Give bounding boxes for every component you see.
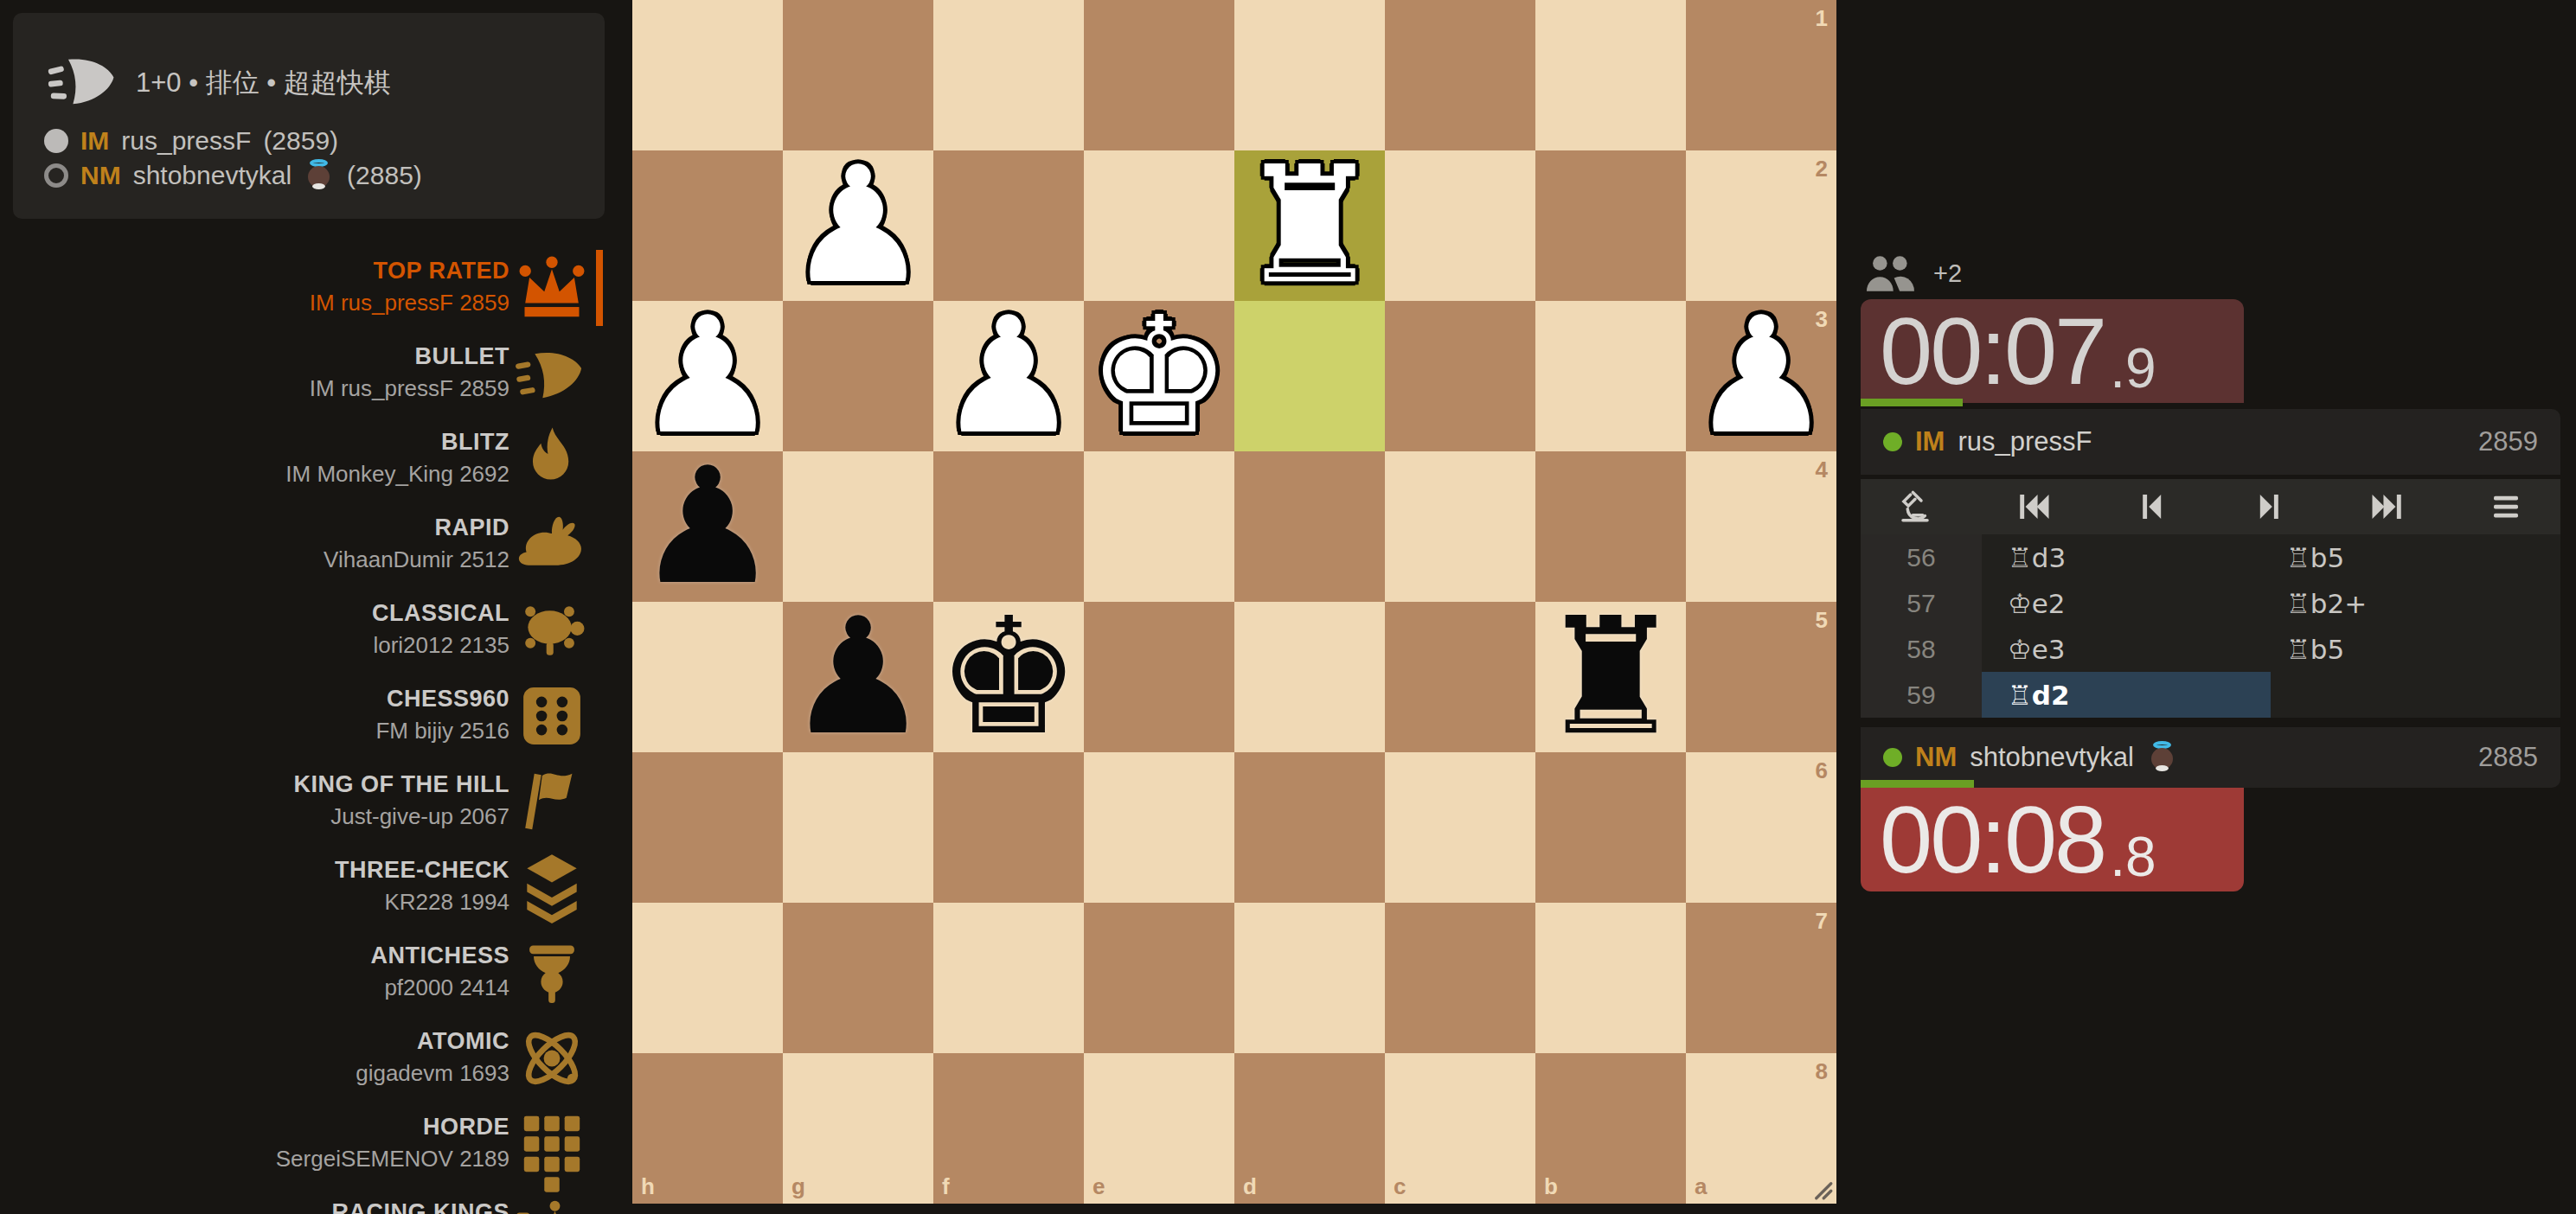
square-g6[interactable]	[783, 752, 933, 903]
channel-text: KING OF THE HILLJust-give-up 2067	[294, 768, 509, 832]
tv-channels-sidebar: TOP RATEDIM rus_pressF 2859BULLETIM rus_…	[0, 254, 606, 1214]
square-c5[interactable]	[1385, 602, 1535, 752]
square-e1[interactable]	[1084, 0, 1234, 150]
channel-label: THREE-CHECK	[335, 853, 509, 886]
black-pawn[interactable]: ♟	[786, 602, 931, 752]
channel-player: VihaanDumir 2512	[324, 544, 509, 575]
online-dot	[1883, 432, 1902, 451]
first-button[interactable]	[2015, 489, 2052, 525]
white-clock-time: 00:07	[1880, 303, 2105, 399]
horde-icon	[516, 1108, 588, 1180]
channel-label: TOP RATED	[310, 254, 509, 287]
rank-label-1: 1	[1816, 5, 1828, 32]
black-move[interactable]: ♖b5	[2271, 534, 2560, 580]
black-player-row[interactable]: NM shtobnevtykal 2885	[1861, 727, 2560, 788]
white-king[interactable]: ♚	[1087, 301, 1232, 451]
channel-text: BLITZIM Monkey_King 2692	[285, 425, 509, 489]
channel-text: CHESS960FM bijiy 2516	[375, 682, 509, 746]
move-row-57: 57♔e2♖b2+	[1861, 580, 2560, 626]
flag-icon	[516, 765, 588, 838]
square-g5[interactable]: ♟	[783, 602, 933, 752]
rank-label-6: 6	[1816, 757, 1828, 784]
channel-label: RACING KINGS	[331, 1196, 509, 1214]
square-d6[interactable]	[1234, 752, 1385, 903]
square-a5[interactable]: 5	[1686, 602, 1836, 752]
white-name: rus_pressF	[121, 126, 251, 156]
channel-player: Just-give-up 2067	[294, 801, 509, 832]
square-g2[interactable]: ♟	[783, 150, 933, 301]
square-e6[interactable]	[1084, 752, 1234, 903]
channel-label: BULLET	[310, 340, 509, 373]
white-name: rus_pressF	[1958, 426, 2092, 457]
menu-button[interactable]	[2488, 489, 2524, 525]
white-disc-icon	[44, 129, 68, 153]
white-pawn[interactable]: ♟	[937, 301, 1081, 451]
channel-label: ANTICHESS	[370, 939, 509, 972]
square-h2[interactable]	[632, 150, 783, 301]
white-rating: 2859	[2478, 426, 2538, 457]
rank-label-4: 4	[1816, 457, 1828, 483]
white-move[interactable]: ♖d3	[1982, 534, 2271, 580]
white-time-bar	[1861, 399, 1963, 406]
channel-player: lori2012 2135	[372, 629, 509, 661]
black-move	[2271, 672, 2560, 718]
racing-icon	[516, 1193, 588, 1214]
channel-blitz[interactable]: BLITZIM Monkey_King 2692	[0, 425, 606, 490]
square-h3[interactable]: ♟	[632, 301, 783, 451]
black-clock-tenths: .8	[2110, 822, 2156, 891]
square-h4[interactable]: ♟	[632, 451, 783, 602]
black-name: shtobnevtykal	[1970, 742, 2134, 773]
white-title: IM	[80, 126, 109, 156]
move-number: 57	[1861, 580, 1982, 626]
square-h5[interactable]	[632, 602, 783, 752]
channel-text: ATOMICgigadevm 1693	[356, 1025, 509, 1089]
square-g4[interactable]	[783, 451, 933, 602]
black-player-line[interactable]: NM shtobnevtykal (2885)	[44, 159, 422, 192]
board-resize-handle[interactable]	[1805, 1172, 1835, 1202]
channel-label: RAPID	[324, 511, 509, 544]
channel-rapid[interactable]: RAPIDVihaanDumir 2512	[0, 511, 606, 576]
file-label-c: c	[1394, 1173, 1406, 1200]
channel-player: SergeiSEMENOV 2189	[276, 1143, 509, 1174]
black-time-bar	[1861, 780, 1974, 788]
square-c1[interactable]	[1385, 0, 1535, 150]
move-list: 56♖d3♖b557♔e2♖b2+58♔e3♖b559♖d2	[1861, 534, 2560, 718]
square-h8[interactable]: h	[632, 1053, 783, 1204]
channel-label: HORDE	[276, 1110, 509, 1143]
channel-text: CLASSICALlori2012 2135	[372, 597, 509, 661]
file-label-d: d	[1243, 1173, 1257, 1200]
square-f7[interactable]	[933, 903, 1084, 1053]
square-e3[interactable]: ♚	[1084, 301, 1234, 451]
channel-atomic[interactable]: ATOMICgigadevm 1693	[0, 1025, 606, 1089]
channel-top-rated[interactable]: TOP RATEDIM rus_pressF 2859	[0, 254, 606, 319]
file-label-b: b	[1544, 1173, 1558, 1200]
channel-player: KR228 1994	[335, 886, 509, 917]
square-b2[interactable]	[1535, 150, 1686, 301]
channel-text: HORDESergeiSEMENOV 2189	[276, 1110, 509, 1174]
rank-label-2: 2	[1816, 156, 1828, 182]
white-rook[interactable]: ♜	[1238, 150, 1382, 301]
square-g7[interactable]	[783, 903, 933, 1053]
move-row-59: 59♖d2	[1861, 672, 2560, 718]
square-a7[interactable]: 7	[1686, 903, 1836, 1053]
black-move[interactable]: ♖b2+	[2271, 580, 2560, 626]
channel-label: CHESS960	[375, 682, 509, 715]
channel-antichess[interactable]: ANTICHESSpf2000 2414	[0, 939, 606, 1004]
dice-icon	[516, 680, 588, 752]
channel-chess960[interactable]: CHESS960FM bijiy 2516	[0, 682, 606, 747]
black-rook[interactable]: ♜	[1539, 602, 1683, 752]
black-pawn[interactable]: ♟	[636, 451, 780, 602]
white-rating: (2859)	[263, 126, 338, 156]
white-player-row[interactable]: IM rus_pressF 2859	[1861, 409, 2560, 475]
rank-label-8: 8	[1816, 1058, 1828, 1085]
square-a4[interactable]: 4	[1686, 451, 1836, 602]
file-label-a: a	[1695, 1173, 1707, 1200]
turtle-icon	[516, 594, 588, 667]
previous-button[interactable]	[2133, 489, 2169, 525]
spectators-icon	[1862, 253, 1919, 293]
square-e7[interactable]	[1084, 903, 1234, 1053]
file-label-e: e	[1093, 1173, 1105, 1200]
analysis-button[interactable]	[1897, 489, 1933, 525]
channel-text: RAPIDVihaanDumir 2512	[324, 511, 509, 575]
atom-icon	[516, 1022, 588, 1095]
square-e4[interactable]	[1084, 451, 1234, 602]
square-a6[interactable]: 6	[1686, 752, 1836, 903]
square-f8[interactable]: f	[933, 1053, 1084, 1204]
square-c6[interactable]	[1385, 752, 1535, 903]
square-c2[interactable]	[1385, 150, 1535, 301]
rank-label-3: 3	[1816, 306, 1828, 333]
channel-text: BULLETIM rus_pressF 2859	[310, 340, 509, 404]
layers-icon	[516, 851, 588, 923]
square-g1[interactable]	[783, 0, 933, 150]
square-a3[interactable]: ♟3	[1686, 301, 1836, 451]
channel-classical[interactable]: CLASSICALlori2012 2135	[0, 597, 606, 661]
channel-three-check[interactable]: THREE-CHECKKR228 1994	[0, 853, 606, 918]
square-b7[interactable]	[1535, 903, 1686, 1053]
square-c8[interactable]: c	[1385, 1053, 1535, 1204]
white-pawn[interactable]: ♟	[636, 301, 780, 451]
last-button[interactable]	[2369, 489, 2406, 525]
online-dot	[1883, 748, 1902, 767]
baby-angel-flair-icon	[304, 159, 335, 192]
channel-player: IM rus_pressF 2859	[310, 287, 509, 318]
black-title: NM	[80, 161, 121, 190]
square-h1[interactable]	[632, 0, 783, 150]
game-side-panel: +2 00:07 .9 IM rus_pressF 2859 56♖d3♖b55…	[1861, 0, 2560, 1214]
black-disc-icon	[44, 163, 68, 188]
channel-player: FM bijiy 2516	[375, 715, 509, 746]
square-b8[interactable]: b	[1535, 1053, 1686, 1204]
square-c3[interactable]	[1385, 301, 1535, 451]
black-clock: 00:08 .8	[1861, 788, 2244, 891]
square-d4[interactable]	[1234, 451, 1385, 602]
square-d7[interactable]	[1234, 903, 1385, 1053]
black-move[interactable]: ♖b5	[2271, 626, 2560, 672]
lichess-tv-page: 1+0 • 排位 • 超超快棋 IM rus_pressF (2859) NM …	[0, 0, 2576, 1214]
channel-racing-kings[interactable]: RACING KINGS	[0, 1196, 606, 1214]
flame-icon	[516, 423, 588, 495]
square-f1[interactable]	[933, 0, 1084, 150]
chess-board: 1♟♜2♟♟♚♟3♟4♟♚♜567hgfedcb8a	[632, 0, 1836, 1204]
channel-label: ATOMIC	[356, 1025, 509, 1057]
square-a2[interactable]: 2	[1686, 150, 1836, 301]
channel-player: gigadevm 1693	[356, 1057, 509, 1089]
square-e8[interactable]: e	[1084, 1053, 1234, 1204]
square-c7[interactable]	[1385, 903, 1535, 1053]
white-move[interactable]: ♖d2	[1982, 672, 2271, 718]
white-clock: 00:07 .9	[1861, 299, 2244, 403]
square-b4[interactable]	[1535, 451, 1686, 602]
channel-player: IM rus_pressF 2859	[310, 373, 509, 404]
channel-text: TOP RATEDIM rus_pressF 2859	[310, 254, 509, 318]
channel-label: BLITZ	[285, 425, 509, 458]
white-pawn[interactable]: ♟	[786, 150, 931, 301]
move-number: 56	[1861, 534, 1982, 580]
ultrabullet-icon	[44, 41, 124, 120]
game-info-box: 1+0 • 排位 • 超超快棋 IM rus_pressF (2859) NM …	[13, 13, 605, 219]
antichess-icon	[516, 936, 588, 1009]
baby-angel-flair-icon	[2147, 741, 2178, 774]
move-row-58: 58♔e3♖b5	[1861, 626, 2560, 672]
square-b1[interactable]	[1535, 0, 1686, 150]
square-b6[interactable]	[1535, 752, 1686, 903]
square-b5[interactable]: ♜	[1535, 602, 1686, 752]
channel-label: KING OF THE HILL	[294, 768, 509, 801]
square-d5[interactable]	[1234, 602, 1385, 752]
next-button[interactable]	[2252, 489, 2288, 525]
channel-player: IM Monkey_King 2692	[285, 458, 509, 489]
square-f4[interactable]	[933, 451, 1084, 602]
channel-text: RACING KINGS	[331, 1196, 509, 1214]
black-title: NM	[1915, 742, 1957, 773]
file-label-g: g	[791, 1173, 805, 1200]
black-clock-time: 00:08	[1880, 792, 2105, 887]
black-rating: (2885)	[347, 161, 422, 190]
square-f6[interactable]	[933, 752, 1084, 903]
square-h6[interactable]	[632, 752, 783, 903]
black-rating: 2885	[2478, 742, 2538, 773]
square-d3[interactable]	[1234, 301, 1385, 451]
move-number: 59	[1861, 672, 1982, 718]
square-e2[interactable]	[1084, 150, 1234, 301]
square-d1[interactable]	[1234, 0, 1385, 150]
game-setup-text: 1+0 • 排位 • 超超快棋	[136, 65, 391, 101]
black-king[interactable]: ♚	[937, 602, 1081, 752]
file-label-h: h	[641, 1173, 655, 1200]
square-f5[interactable]: ♚	[933, 602, 1084, 752]
white-move[interactable]: ♔e3	[1982, 626, 2271, 672]
square-e5[interactable]	[1084, 602, 1234, 752]
white-move[interactable]: ♔e2	[1982, 580, 2271, 626]
white-player-line[interactable]: IM rus_pressF (2859)	[44, 126, 338, 156]
rank-label-5: 5	[1816, 607, 1828, 634]
file-label-f: f	[942, 1173, 950, 1200]
rank-label-7: 7	[1816, 908, 1828, 935]
square-c4[interactable]	[1385, 451, 1535, 602]
move-number: 58	[1861, 626, 1982, 672]
channel-text: ANTICHESSpf2000 2414	[370, 939, 509, 1003]
square-g8[interactable]: g	[783, 1053, 933, 1204]
square-d2[interactable]: ♜	[1234, 150, 1385, 301]
move-row-56: 56♖d3♖b5	[1861, 534, 2560, 580]
channel-bullet[interactable]: BULLETIM rus_pressF 2859	[0, 340, 606, 405]
bullet-icon	[516, 337, 588, 410]
white-pawn[interactable]: ♟	[1689, 301, 1834, 451]
channel-player: pf2000 2414	[370, 972, 509, 1003]
channel-king-of-the-hill[interactable]: KING OF THE HILLJust-give-up 2067	[0, 768, 606, 833]
square-d8[interactable]: d	[1234, 1053, 1385, 1204]
channel-text: THREE-CHECKKR228 1994	[335, 853, 509, 917]
square-b3[interactable]	[1535, 301, 1686, 451]
square-g3[interactable]	[783, 301, 933, 451]
channel-label: CLASSICAL	[372, 597, 509, 629]
move-controls-bar	[1861, 479, 2560, 534]
square-f3[interactable]: ♟	[933, 301, 1084, 451]
square-f2[interactable]	[933, 150, 1084, 301]
crown-icon	[516, 252, 588, 324]
black-name: shtobnevtykal	[133, 161, 292, 190]
channel-horde[interactable]: HORDESergeiSEMENOV 2189	[0, 1110, 606, 1175]
rabbit-icon	[516, 508, 588, 581]
white-title: IM	[1915, 426, 1945, 457]
square-a1[interactable]: 1	[1686, 0, 1836, 150]
active-channel-bar	[596, 250, 603, 326]
spectator-count: +2	[1933, 259, 1962, 288]
spectators: +2	[1862, 253, 1962, 293]
square-h7[interactable]	[632, 903, 783, 1053]
white-clock-tenths: .9	[2110, 334, 2156, 403]
